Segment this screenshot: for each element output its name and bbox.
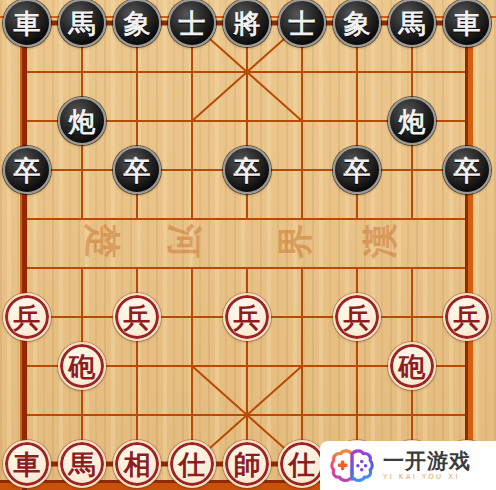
piece-red-general[interactable]: 師 — [223, 440, 271, 488]
piece-black-cannon[interactable]: 炮 — [58, 97, 106, 145]
piece-red-elephant[interactable]: 相 — [113, 440, 161, 488]
watermark-title: 一开游戏 — [383, 450, 471, 472]
piece-red-soldier[interactable]: 兵 — [113, 293, 161, 341]
piece-black-rook[interactable]: 車 — [443, 0, 491, 47]
river-char-he: 河 — [163, 219, 207, 263]
piece-black-rook[interactable]: 車 — [3, 0, 51, 47]
piece-black-horse[interactable]: 馬 — [58, 0, 106, 47]
river-char-chu: 楚 — [81, 219, 125, 263]
piece-black-soldier[interactable]: 卒 — [223, 146, 271, 194]
watermark-text: 一开游戏 YI KAI YOU XI — [383, 450, 471, 481]
board-frame-left — [20, 0, 27, 490]
piece-red-horse[interactable]: 馬 — [58, 440, 106, 488]
piece-black-cannon[interactable]: 炮 — [388, 97, 436, 145]
piece-red-advisor[interactable]: 仕 — [278, 440, 326, 488]
piece-black-elephant[interactable]: 象 — [333, 0, 381, 47]
river-char-han: 漢 — [358, 219, 402, 263]
river-char-jie: 界 — [273, 219, 317, 263]
piece-red-cannon[interactable]: 砲 — [388, 342, 436, 390]
xiangqi-board[interactable]: 楚 河 界 漢 車馬象士將士象馬車炮炮卒卒卒卒卒兵兵兵兵兵砲砲車馬相仕師仕相馬車 — [0, 0, 496, 490]
piece-red-soldier[interactable]: 兵 — [223, 293, 271, 341]
piece-red-cannon[interactable]: 砲 — [58, 342, 106, 390]
piece-black-general[interactable]: 將 — [223, 0, 271, 47]
board-frame-right — [465, 0, 473, 490]
board-grid — [0, 0, 496, 490]
piece-red-advisor[interactable]: 仕 — [168, 440, 216, 488]
piece-black-soldier[interactable]: 卒 — [3, 146, 51, 194]
piece-black-advisor[interactable]: 士 — [278, 0, 326, 47]
piece-black-soldier[interactable]: 卒 — [443, 146, 491, 194]
watermark-subtitle: YI KAI YOU XI — [383, 473, 471, 481]
piece-red-rook[interactable]: 車 — [3, 440, 51, 488]
brain-gamepad-logo-icon — [330, 446, 374, 486]
piece-black-soldier[interactable]: 卒 — [113, 146, 161, 194]
piece-black-soldier[interactable]: 卒 — [333, 146, 381, 194]
piece-black-elephant[interactable]: 象 — [113, 0, 161, 47]
piece-red-soldier[interactable]: 兵 — [443, 293, 491, 341]
watermark-panel: 一开游戏 YI KAI YOU XI — [320, 441, 496, 490]
piece-red-soldier[interactable]: 兵 — [3, 293, 51, 341]
piece-black-horse[interactable]: 馬 — [388, 0, 436, 47]
piece-red-soldier[interactable]: 兵 — [333, 293, 381, 341]
piece-black-advisor[interactable]: 士 — [168, 0, 216, 47]
